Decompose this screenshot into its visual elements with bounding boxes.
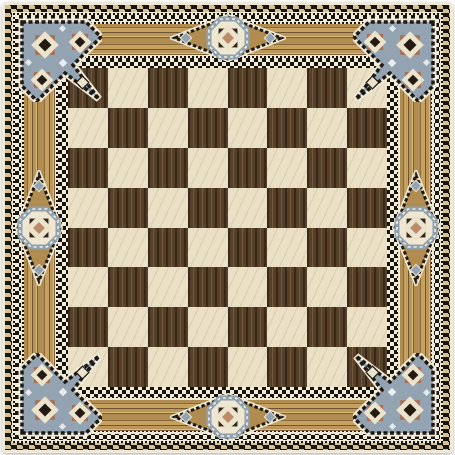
square-f8[interactable] (267, 68, 307, 108)
square-e3[interactable] (228, 267, 268, 307)
wood-grain-band (24, 24, 431, 431)
square-d2[interactable] (188, 307, 228, 347)
outer-cream-band (2, 2, 453, 453)
square-f3[interactable] (267, 267, 307, 307)
square-h4[interactable] (347, 228, 387, 268)
square-e6[interactable] (228, 148, 268, 188)
black-tan-dash-band (5, 5, 450, 450)
square-a1[interactable] (68, 347, 108, 387)
square-g7[interactable] (307, 108, 347, 148)
square-c4[interactable] (148, 228, 188, 268)
square-b6[interactable] (108, 148, 148, 188)
square-d1[interactable] (188, 347, 228, 387)
square-a6[interactable] (68, 148, 108, 188)
square-g3[interactable] (307, 267, 347, 307)
square-f7[interactable] (267, 108, 307, 148)
wood-grain-left (24, 24, 55, 431)
square-h2[interactable] (347, 307, 387, 347)
square-e5[interactable] (228, 188, 268, 228)
square-a3[interactable] (68, 267, 108, 307)
square-g2[interactable] (307, 307, 347, 347)
square-a2[interactable] (68, 307, 108, 347)
square-d7[interactable] (188, 108, 228, 148)
square-h8[interactable] (347, 68, 387, 108)
square-c6[interactable] (148, 148, 188, 188)
square-c5[interactable] (148, 188, 188, 228)
square-h1[interactable] (347, 347, 387, 387)
square-b1[interactable] (108, 347, 148, 387)
square-a7[interactable] (68, 108, 108, 148)
square-f2[interactable] (267, 307, 307, 347)
square-h5[interactable] (347, 188, 387, 228)
square-e4[interactable] (228, 228, 268, 268)
square-d8[interactable] (188, 68, 228, 108)
square-d6[interactable] (188, 148, 228, 188)
square-c7[interactable] (148, 108, 188, 148)
battlement-band (15, 15, 440, 440)
dotted-band-inner (55, 55, 400, 400)
wood-grain-bottom (24, 400, 431, 431)
square-c3[interactable] (148, 267, 188, 307)
square-d3[interactable] (188, 267, 228, 307)
square-a4[interactable] (68, 228, 108, 268)
dotted-band-mid (21, 21, 434, 434)
square-d4[interactable] (188, 228, 228, 268)
square-g5[interactable] (307, 188, 347, 228)
square-e2[interactable] (228, 307, 268, 347)
square-g1[interactable] (307, 347, 347, 387)
chessboard-frame (2, 2, 453, 453)
square-f4[interactable] (267, 228, 307, 268)
square-f5[interactable] (267, 188, 307, 228)
square-c8[interactable] (148, 68, 188, 108)
square-b3[interactable] (108, 267, 148, 307)
meander-band (58, 58, 397, 397)
square-b4[interactable] (108, 228, 148, 268)
square-a5[interactable] (68, 188, 108, 228)
square-h7[interactable] (347, 108, 387, 148)
square-c2[interactable] (148, 307, 188, 347)
dotted-band-outer (12, 12, 443, 443)
wood-grain-top (24, 24, 431, 55)
square-g4[interactable] (307, 228, 347, 268)
wood-grain-right (400, 24, 431, 431)
square-c1[interactable] (148, 347, 188, 387)
square-e8[interactable] (228, 68, 268, 108)
square-f1[interactable] (267, 347, 307, 387)
square-e1[interactable] (228, 347, 268, 387)
square-g8[interactable] (307, 68, 347, 108)
square-b7[interactable] (108, 108, 148, 148)
square-d5[interactable] (188, 188, 228, 228)
square-h6[interactable] (347, 148, 387, 188)
square-b2[interactable] (108, 307, 148, 347)
chessboard-photo (0, 0, 455, 455)
square-a8[interactable] (68, 68, 108, 108)
chess-board[interactable] (68, 68, 387, 387)
square-g6[interactable] (307, 148, 347, 188)
square-b5[interactable] (108, 188, 148, 228)
square-b8[interactable] (108, 68, 148, 108)
square-h3[interactable] (347, 267, 387, 307)
square-e7[interactable] (228, 108, 268, 148)
square-f6[interactable] (267, 148, 307, 188)
